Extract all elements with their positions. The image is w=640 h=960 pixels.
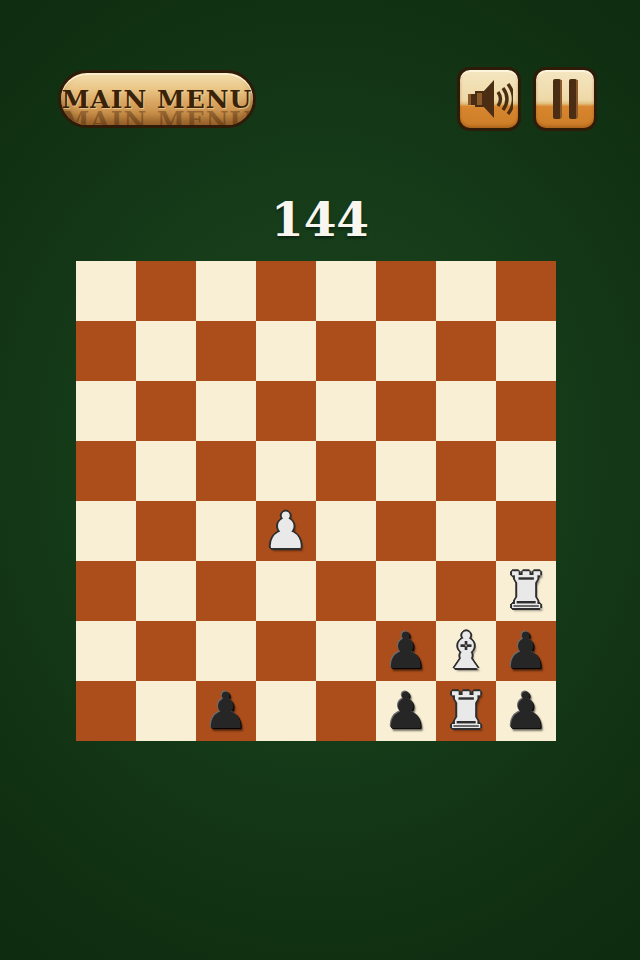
square-d2[interactable] [256,621,316,681]
square-c2[interactable] [196,621,256,681]
square-g6[interactable] [436,381,496,441]
square-h3[interactable]: ♜ [496,561,556,621]
square-e3[interactable] [316,561,376,621]
square-d3[interactable] [256,561,316,621]
square-a8[interactable] [76,261,136,321]
square-b3[interactable] [136,561,196,621]
square-e8[interactable] [316,261,376,321]
square-f5[interactable] [376,441,436,501]
piece-black-pawn-h1[interactable]: ♟ [496,681,556,741]
square-h7[interactable] [496,321,556,381]
piece-white-bishop-g2[interactable]: ♝ [436,621,496,681]
square-e1[interactable] [316,681,376,741]
square-e7[interactable] [316,321,376,381]
square-d7[interactable] [256,321,316,381]
square-h8[interactable] [496,261,556,321]
square-b5[interactable] [136,441,196,501]
square-h4[interactable] [496,501,556,561]
piece-white-rook-g1[interactable]: ♜ [436,681,496,741]
square-d5[interactable] [256,441,316,501]
square-f2[interactable]: ♟ [376,621,436,681]
square-c5[interactable] [196,441,256,501]
score-counter: 144 [0,192,640,247]
square-h1[interactable]: ♟ [496,681,556,741]
square-c1[interactable]: ♟ [196,681,256,741]
square-h5[interactable] [496,441,556,501]
chess-board: ♟♜♟♝♟♟♟♜♟ [76,261,556,741]
square-a1[interactable] [76,681,136,741]
square-a3[interactable] [76,561,136,621]
square-d4[interactable]: ♟ [256,501,316,561]
piece-black-pawn-h2[interactable]: ♟ [496,621,556,681]
square-b6[interactable] [136,381,196,441]
piece-black-pawn-c1[interactable]: ♟ [196,681,256,741]
square-g3[interactable] [436,561,496,621]
square-c3[interactable] [196,561,256,621]
square-g7[interactable] [436,321,496,381]
square-c4[interactable] [196,501,256,561]
pause-button[interactable] [533,67,597,131]
main-menu-button[interactable]: MAIN MENU [58,70,256,128]
square-f1[interactable]: ♟ [376,681,436,741]
pause-icon [541,75,589,123]
square-e4[interactable] [316,501,376,561]
main-menu-label: MAIN MENU [62,85,253,114]
square-b1[interactable] [136,681,196,741]
square-f7[interactable] [376,321,436,381]
square-a7[interactable] [76,321,136,381]
square-g5[interactable] [436,441,496,501]
square-c7[interactable] [196,321,256,381]
square-c8[interactable] [196,261,256,321]
square-c6[interactable] [196,381,256,441]
square-d6[interactable] [256,381,316,441]
square-g1[interactable]: ♜ [436,681,496,741]
square-f4[interactable] [376,501,436,561]
speaker-icon [465,75,513,123]
square-h2[interactable]: ♟ [496,621,556,681]
piece-white-rook-h3[interactable]: ♜ [496,561,556,621]
square-d1[interactable] [256,681,316,741]
square-h6[interactable] [496,381,556,441]
square-e2[interactable] [316,621,376,681]
square-g4[interactable] [436,501,496,561]
square-a2[interactable] [76,621,136,681]
square-d8[interactable] [256,261,316,321]
square-a5[interactable] [76,441,136,501]
square-f8[interactable] [376,261,436,321]
square-g8[interactable] [436,261,496,321]
square-a4[interactable] [76,501,136,561]
game-screen: MAIN MENU 144 ♟♜♟♝♟♟♟♜♟ [0,0,640,960]
square-a6[interactable] [76,381,136,441]
square-b2[interactable] [136,621,196,681]
square-b8[interactable] [136,261,196,321]
piece-black-pawn-f1[interactable]: ♟ [376,681,436,741]
square-b7[interactable] [136,321,196,381]
square-b4[interactable] [136,501,196,561]
square-f3[interactable] [376,561,436,621]
square-g2[interactable]: ♝ [436,621,496,681]
square-f6[interactable] [376,381,436,441]
piece-white-pawn-d4[interactable]: ♟ [256,501,316,561]
piece-black-pawn-f2[interactable]: ♟ [376,621,436,681]
square-e5[interactable] [316,441,376,501]
square-e6[interactable] [316,381,376,441]
sound-button[interactable] [457,67,521,131]
